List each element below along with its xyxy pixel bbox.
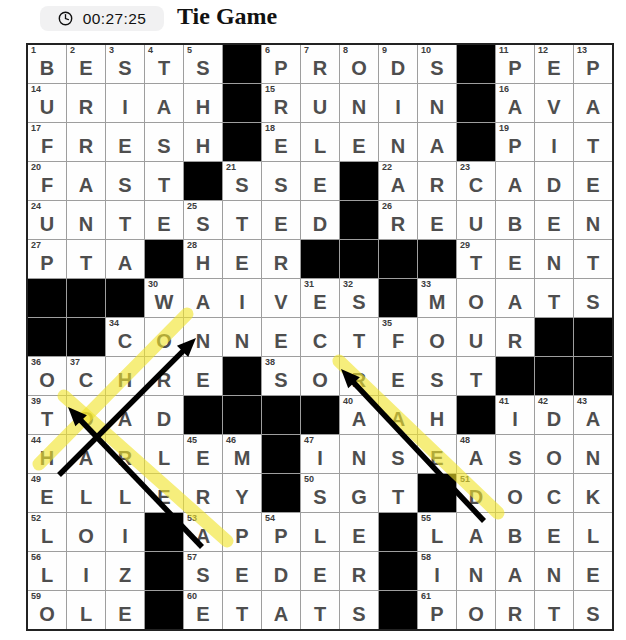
- cell-r3c1[interactable]: 17F: [28, 123, 66, 161]
- cell-letter: O: [496, 483, 534, 511]
- cell-r1c8[interactable]: 7R: [301, 45, 339, 83]
- cell-r9c3[interactable]: H: [106, 357, 144, 395]
- cell-letter: R: [262, 249, 300, 277]
- cell-r6c15[interactable]: T: [574, 240, 612, 278]
- cell-letter: S: [106, 54, 144, 82]
- cell-letter: T: [457, 366, 495, 394]
- cell-r3c2[interactable]: R: [67, 123, 105, 161]
- cell-letter: E: [301, 561, 339, 589]
- cell-r8c7[interactable]: E: [262, 318, 300, 356]
- cell-r8c8[interactable]: C: [301, 318, 339, 356]
- cell-r1c4[interactable]: 4T: [145, 45, 183, 83]
- cell-letter: S: [223, 171, 261, 199]
- cell-r11c5[interactable]: 45E: [184, 435, 222, 473]
- cell-r6c8: [301, 240, 339, 278]
- cell-letter: S: [340, 288, 378, 316]
- cell-r4c14[interactable]: D: [535, 162, 573, 200]
- cell-letter: I: [496, 405, 534, 433]
- cell-r5c4[interactable]: E: [145, 201, 183, 239]
- cell-r7c7[interactable]: V: [262, 279, 300, 317]
- cell-r6c1[interactable]: 27P: [28, 240, 66, 278]
- cell-r9c2[interactable]: 37C: [67, 357, 105, 395]
- cell-letter: P: [496, 132, 534, 160]
- cell-r14c5[interactable]: 57S: [184, 552, 222, 590]
- cell-letter: R: [67, 132, 105, 160]
- cell-letter: A: [574, 93, 612, 121]
- cell-letter: E: [574, 561, 612, 589]
- cell-letter: D: [535, 171, 573, 199]
- cell-r12c11: [418, 474, 456, 512]
- cell-letter: A: [106, 405, 144, 433]
- cell-r8c12[interactable]: U: [457, 318, 495, 356]
- cell-r9c11[interactable]: S: [418, 357, 456, 395]
- cell-letter: A: [496, 288, 534, 316]
- cell-letter: A: [340, 405, 378, 433]
- cell-letter: S: [418, 366, 456, 394]
- cell-r14c14[interactable]: N: [535, 552, 573, 590]
- cell-letter: E: [379, 366, 417, 394]
- cell-r13c6[interactable]: P: [223, 513, 261, 551]
- cell-letter: D: [145, 405, 183, 433]
- cell-r2c3[interactable]: I: [106, 84, 144, 122]
- cell-letter: H: [28, 444, 66, 472]
- cell-letter: O: [457, 600, 495, 628]
- cell-letter: E: [535, 210, 573, 238]
- cell-letter: P: [262, 522, 300, 550]
- cell-letter: M: [223, 444, 261, 472]
- cell-letter: I: [106, 93, 144, 121]
- cell-r11c2[interactable]: A: [67, 435, 105, 473]
- cell-r8c4[interactable]: O: [145, 318, 183, 356]
- cell-r4c1[interactable]: 20F: [28, 162, 66, 200]
- cell-r2c5[interactable]: H: [184, 84, 222, 122]
- page-title: Tie Game: [177, 3, 277, 30]
- cell-letter: E: [340, 522, 378, 550]
- cell-r15c10: [379, 591, 417, 629]
- cell-r12c13[interactable]: O: [496, 474, 534, 512]
- cell-r14c10: [379, 552, 417, 590]
- cell-r3c5[interactable]: H: [184, 123, 222, 161]
- cell-letter: S: [340, 600, 378, 628]
- cell-r7c9[interactable]: 32S: [340, 279, 378, 317]
- cell-r12c12[interactable]: 51D: [457, 474, 495, 512]
- cell-letter: B: [496, 522, 534, 550]
- cell-letter: F: [379, 327, 417, 355]
- cell-r13c12[interactable]: A: [457, 513, 495, 551]
- cell-r1c7[interactable]: 6P: [262, 45, 300, 83]
- cell-r6c13[interactable]: E: [496, 240, 534, 278]
- cell-r12c3[interactable]: L: [106, 474, 144, 512]
- cell-r1c9[interactable]: 8O: [340, 45, 378, 83]
- cell-letter: T: [574, 132, 612, 160]
- cell-letter: A: [379, 405, 417, 433]
- cell-r12c15[interactable]: K: [574, 474, 612, 512]
- cell-letter: D: [301, 210, 339, 238]
- cell-letter: A: [67, 171, 105, 199]
- cell-letter: M: [418, 288, 456, 316]
- cell-r14c12[interactable]: N: [457, 552, 495, 590]
- cell-letter: N: [67, 210, 105, 238]
- cell-r11c9[interactable]: N: [340, 435, 378, 473]
- cell-r1c3[interactable]: 3S: [106, 45, 144, 83]
- cell-letter: G: [340, 483, 378, 511]
- cell-r13c13[interactable]: B: [496, 513, 534, 551]
- cell-r9c7[interactable]: 38S: [262, 357, 300, 395]
- cell-letter: A: [67, 444, 105, 472]
- cell-r11c7: [262, 435, 300, 473]
- cell-r3c8[interactable]: L: [301, 123, 339, 161]
- cell-letter: C: [106, 327, 144, 355]
- crossword-board: 1B2E3S4T5S6P7R8O9D10S11P12E13P14URIAH15R…: [26, 43, 614, 631]
- cell-r1c14[interactable]: 12E: [535, 45, 573, 83]
- cell-r11c8[interactable]: 47I: [301, 435, 339, 473]
- cell-letter: A: [145, 93, 183, 121]
- cell-r7c6[interactable]: I: [223, 279, 261, 317]
- cell-r8c3[interactable]: 34C: [106, 318, 144, 356]
- cell-r13c9[interactable]: E: [340, 513, 378, 551]
- cell-letter: E: [223, 561, 261, 589]
- cell-r8c11[interactable]: O: [418, 318, 456, 356]
- cell-r14c3[interactable]: Z: [106, 552, 144, 590]
- cell-r5c1[interactable]: 24U: [28, 201, 66, 239]
- cell-r13c2[interactable]: O: [67, 513, 105, 551]
- cell-r2c13[interactable]: 16A: [496, 84, 534, 122]
- cell-r6c14[interactable]: N: [535, 240, 573, 278]
- cell-r14c2[interactable]: I: [67, 552, 105, 590]
- cell-r2c14[interactable]: V: [535, 84, 573, 122]
- cell-r15c9[interactable]: S: [340, 591, 378, 629]
- cell-r12c7: [262, 474, 300, 512]
- cell-r5c8[interactable]: D: [301, 201, 339, 239]
- cell-r10c11[interactable]: H: [418, 396, 456, 434]
- cell-letter: I: [535, 132, 573, 160]
- cell-letter: I: [223, 288, 261, 316]
- cell-letter: P: [418, 600, 456, 628]
- cell-r8c6[interactable]: N: [223, 318, 261, 356]
- cell-letter: O: [28, 600, 66, 628]
- cell-r1c10[interactable]: 9D: [379, 45, 417, 83]
- cell-r2c15[interactable]: A: [574, 84, 612, 122]
- cell-r7c5[interactable]: A: [184, 279, 222, 317]
- cell-r8c13[interactable]: R: [496, 318, 534, 356]
- cell-letter: O: [67, 522, 105, 550]
- cell-r1c11[interactable]: 10S: [418, 45, 456, 83]
- cell-r5c14[interactable]: E: [535, 201, 573, 239]
- cell-letter: A: [106, 249, 144, 277]
- cell-r12c5[interactable]: R: [184, 474, 222, 512]
- cell-r6c6[interactable]: E: [223, 240, 261, 278]
- cell-r12c2[interactable]: L: [67, 474, 105, 512]
- cell-letter: N: [457, 561, 495, 589]
- cell-r13c4: [145, 513, 183, 551]
- cell-letter: I: [379, 93, 417, 121]
- cell-r3c6: [223, 123, 261, 161]
- cell-letter: E: [184, 444, 222, 472]
- cell-r9c10[interactable]: E: [379, 357, 417, 395]
- cell-r3c7[interactable]: 18E: [262, 123, 300, 161]
- cell-r2c9[interactable]: N: [340, 84, 378, 122]
- cell-r1c5[interactable]: 5S: [184, 45, 222, 83]
- cell-letter: N: [418, 93, 456, 121]
- cell-r2c12: [457, 84, 495, 122]
- cell-r14c9[interactable]: R: [340, 552, 378, 590]
- cell-r5c6[interactable]: T: [223, 201, 261, 239]
- cell-r13c8[interactable]: L: [301, 513, 339, 551]
- cell-letter: S: [145, 132, 183, 160]
- cell-r11c3[interactable]: R: [106, 435, 144, 473]
- cell-r4c4[interactable]: T: [145, 162, 183, 200]
- cell-letter: H: [418, 405, 456, 433]
- cell-r12c14[interactable]: C: [535, 474, 573, 512]
- cell-letter: E: [262, 327, 300, 355]
- cell-r1c1[interactable]: 1B: [28, 45, 66, 83]
- cell-letter: S: [184, 210, 222, 238]
- cell-r9c5[interactable]: E: [184, 357, 222, 395]
- cell-r11c15[interactable]: N: [574, 435, 612, 473]
- cell-r2c2[interactable]: R: [67, 84, 105, 122]
- cell-r5c2[interactable]: N: [67, 201, 105, 239]
- cell-r13c10: [379, 513, 417, 551]
- cell-r9c1[interactable]: 36O: [28, 357, 66, 395]
- cell-r10c15[interactable]: 43A: [574, 396, 612, 434]
- cell-r11c4[interactable]: L: [145, 435, 183, 473]
- cell-r4c7[interactable]: S: [262, 162, 300, 200]
- cell-r2c7[interactable]: 15R: [262, 84, 300, 122]
- cell-r3c10[interactable]: N: [379, 123, 417, 161]
- cell-letter: E: [262, 132, 300, 160]
- cell-r14c8[interactable]: E: [301, 552, 339, 590]
- cell-r3c13[interactable]: 19P: [496, 123, 534, 161]
- cell-r4c10[interactable]: 22A: [379, 162, 417, 200]
- cell-r3c15[interactable]: T: [574, 123, 612, 161]
- cell-r2c10[interactable]: I: [379, 84, 417, 122]
- cell-r5c11[interactable]: E: [418, 201, 456, 239]
- cell-r15c3[interactable]: E: [106, 591, 144, 629]
- cell-r7c14[interactable]: T: [535, 279, 573, 317]
- cell-r9c6: [223, 357, 261, 395]
- cell-r3c11[interactable]: A: [418, 123, 456, 161]
- cell-r4c8[interactable]: E: [301, 162, 339, 200]
- cell-r15c6[interactable]: T: [223, 591, 261, 629]
- cell-r6c12[interactable]: 29T: [457, 240, 495, 278]
- cell-letter: C: [457, 171, 495, 199]
- cell-letter: T: [301, 600, 339, 628]
- cell-r5c15[interactable]: N: [574, 201, 612, 239]
- cell-r7c15[interactable]: S: [574, 279, 612, 317]
- cell-r3c9[interactable]: E: [340, 123, 378, 161]
- cell-r15c14[interactable]: T: [535, 591, 573, 629]
- cell-r10c9[interactable]: 40A: [340, 396, 378, 434]
- cell-r2c4[interactable]: A: [145, 84, 183, 122]
- cell-r13c1[interactable]: 52L: [28, 513, 66, 551]
- cell-r4c13[interactable]: A: [496, 162, 534, 200]
- cell-r9c8[interactable]: O: [301, 357, 339, 395]
- cell-letter: E: [535, 522, 573, 550]
- cell-r10c3[interactable]: A: [106, 396, 144, 434]
- cell-r3c14[interactable]: I: [535, 123, 573, 161]
- cell-letter: L: [28, 522, 66, 550]
- cell-letter: I: [106, 522, 144, 550]
- cell-letter: E: [184, 366, 222, 394]
- cell-r5c3[interactable]: T: [106, 201, 144, 239]
- cell-r6c10: [379, 240, 417, 278]
- cell-r2c11[interactable]: N: [418, 84, 456, 122]
- cell-r7c13[interactable]: A: [496, 279, 534, 317]
- clock-icon: [58, 11, 73, 26]
- cell-letter: U: [457, 327, 495, 355]
- cell-r11c10[interactable]: S: [379, 435, 417, 473]
- cell-r11c11[interactable]: E: [418, 435, 456, 473]
- cell-r7c12[interactable]: O: [457, 279, 495, 317]
- cell-r2c1[interactable]: 14U: [28, 84, 66, 122]
- cell-r8c5[interactable]: N: [184, 318, 222, 356]
- cell-letter: E: [223, 249, 261, 277]
- cell-letter: A: [184, 288, 222, 316]
- cell-r15c8[interactable]: T: [301, 591, 339, 629]
- cell-r1c13[interactable]: 11P: [496, 45, 534, 83]
- cell-r13c15[interactable]: L: [574, 513, 612, 551]
- cell-letter: T: [535, 600, 573, 628]
- cell-r8c9[interactable]: T: [340, 318, 378, 356]
- cell-r14c1[interactable]: 56L: [28, 552, 66, 590]
- cell-letter: E: [145, 483, 183, 511]
- cell-letter: O: [340, 54, 378, 82]
- cell-r1c15[interactable]: 13P: [574, 45, 612, 83]
- cell-r11c13[interactable]: S: [496, 435, 534, 473]
- cell-r9c14: [535, 357, 573, 395]
- cell-r13c11[interactable]: 55L: [418, 513, 456, 551]
- timer-pill[interactable]: 00:27:25: [40, 6, 164, 31]
- cell-r7c4[interactable]: 30W: [145, 279, 183, 317]
- cell-r15c13[interactable]: R: [496, 591, 534, 629]
- cell-r13c5[interactable]: 53A: [184, 513, 222, 551]
- cell-r2c8[interactable]: U: [301, 84, 339, 122]
- cell-letter: F: [28, 132, 66, 160]
- cell-r10c13[interactable]: 41I: [496, 396, 534, 434]
- cell-r11c12[interactable]: 48A: [457, 435, 495, 473]
- cell-letter: R: [379, 210, 417, 238]
- cell-r6c7[interactable]: R: [262, 240, 300, 278]
- cell-r11c1[interactable]: 44H: [28, 435, 66, 473]
- cell-r15c15[interactable]: S: [574, 591, 612, 629]
- cell-r9c12[interactable]: T: [457, 357, 495, 395]
- cell-letter: A: [457, 444, 495, 472]
- cell-r10c14[interactable]: 42D: [535, 396, 573, 434]
- cell-letter: R: [106, 444, 144, 472]
- cell-r7c2: [67, 279, 105, 317]
- cell-r14c15[interactable]: E: [574, 552, 612, 590]
- cell-letter: A: [418, 132, 456, 160]
- cell-r6c5[interactable]: 28H: [184, 240, 222, 278]
- cell-r8c1: [28, 318, 66, 356]
- cell-r3c3[interactable]: E: [106, 123, 144, 161]
- cell-r10c2[interactable]: O: [67, 396, 105, 434]
- cell-r14c11[interactable]: 58I: [418, 552, 456, 590]
- cell-letter: H: [106, 366, 144, 394]
- cell-r4c5: [184, 162, 222, 200]
- cell-r7c8[interactable]: 31E: [301, 279, 339, 317]
- cell-r6c2[interactable]: T: [67, 240, 105, 278]
- cell-r5c9: [340, 201, 378, 239]
- cell-letter: N: [535, 249, 573, 277]
- cell-r6c3[interactable]: A: [106, 240, 144, 278]
- cell-r3c4[interactable]: S: [145, 123, 183, 161]
- cell-letter: S: [184, 561, 222, 589]
- cell-r15c11[interactable]: 61P: [418, 591, 456, 629]
- cell-r5c5[interactable]: 25S: [184, 201, 222, 239]
- cell-r7c11[interactable]: 33M: [418, 279, 456, 317]
- cell-r15c2[interactable]: L: [67, 591, 105, 629]
- cell-r10c1[interactable]: 39T: [28, 396, 66, 434]
- cell-letter: S: [418, 54, 456, 82]
- cell-r4c12[interactable]: 23C: [457, 162, 495, 200]
- cell-letter: N: [223, 327, 261, 355]
- cell-letter: S: [262, 171, 300, 199]
- cell-r4c6[interactable]: 21S: [223, 162, 261, 200]
- cell-letter: N: [574, 210, 612, 238]
- cell-r12c8[interactable]: 50S: [301, 474, 339, 512]
- cell-r12c10[interactable]: T: [379, 474, 417, 512]
- cell-r12c1[interactable]: 49E: [28, 474, 66, 512]
- cell-letter: B: [28, 54, 66, 82]
- cell-letter: R: [145, 366, 183, 394]
- cell-letter: T: [223, 210, 261, 238]
- cell-r8c10[interactable]: 35F: [379, 318, 417, 356]
- cell-r9c4[interactable]: R: [145, 357, 183, 395]
- cell-r5c13[interactable]: B: [496, 201, 534, 239]
- cell-letter: U: [28, 93, 66, 121]
- cell-r4c3[interactable]: S: [106, 162, 144, 200]
- cell-letter: L: [67, 600, 105, 628]
- cell-r10c4[interactable]: D: [145, 396, 183, 434]
- cell-r1c2[interactable]: 2E: [67, 45, 105, 83]
- cell-r14c6[interactable]: E: [223, 552, 261, 590]
- cell-r5c12[interactable]: U: [457, 201, 495, 239]
- cell-r4c2[interactable]: A: [67, 162, 105, 200]
- cell-r13c14[interactable]: E: [535, 513, 573, 551]
- cell-letter: S: [301, 483, 339, 511]
- cell-letter: S: [262, 366, 300, 394]
- cell-letter: E: [418, 210, 456, 238]
- cell-r13c7[interactable]: 54P: [262, 513, 300, 551]
- cell-letter: L: [67, 483, 105, 511]
- cell-r11c14[interactable]: O: [535, 435, 573, 473]
- cell-letter: Z: [106, 561, 144, 589]
- cell-r14c7[interactable]: D: [262, 552, 300, 590]
- cell-r5c7[interactable]: E: [262, 201, 300, 239]
- cell-letter: L: [106, 483, 144, 511]
- cell-r12c4[interactable]: E: [145, 474, 183, 512]
- cell-r15c5[interactable]: 60E: [184, 591, 222, 629]
- cell-letter: T: [145, 171, 183, 199]
- cell-letter: W: [145, 288, 183, 316]
- cell-r9c9[interactable]: R: [340, 357, 378, 395]
- cell-r11c6[interactable]: 46M: [223, 435, 261, 473]
- cell-r10c10[interactable]: A: [379, 396, 417, 434]
- cell-letter: R: [67, 93, 105, 121]
- cell-r4c11[interactable]: R: [418, 162, 456, 200]
- cell-r15c12[interactable]: O: [457, 591, 495, 629]
- cell-r13c3[interactable]: I: [106, 513, 144, 551]
- cell-r14c13[interactable]: A: [496, 552, 534, 590]
- cell-r12c9[interactable]: G: [340, 474, 378, 512]
- cell-r5c10[interactable]: 26R: [379, 201, 417, 239]
- cell-r4c15[interactable]: E: [574, 162, 612, 200]
- cell-r12c6[interactable]: Y: [223, 474, 261, 512]
- cell-r15c7[interactable]: A: [262, 591, 300, 629]
- cell-r15c1[interactable]: 59O: [28, 591, 66, 629]
- cell-letter: N: [535, 561, 573, 589]
